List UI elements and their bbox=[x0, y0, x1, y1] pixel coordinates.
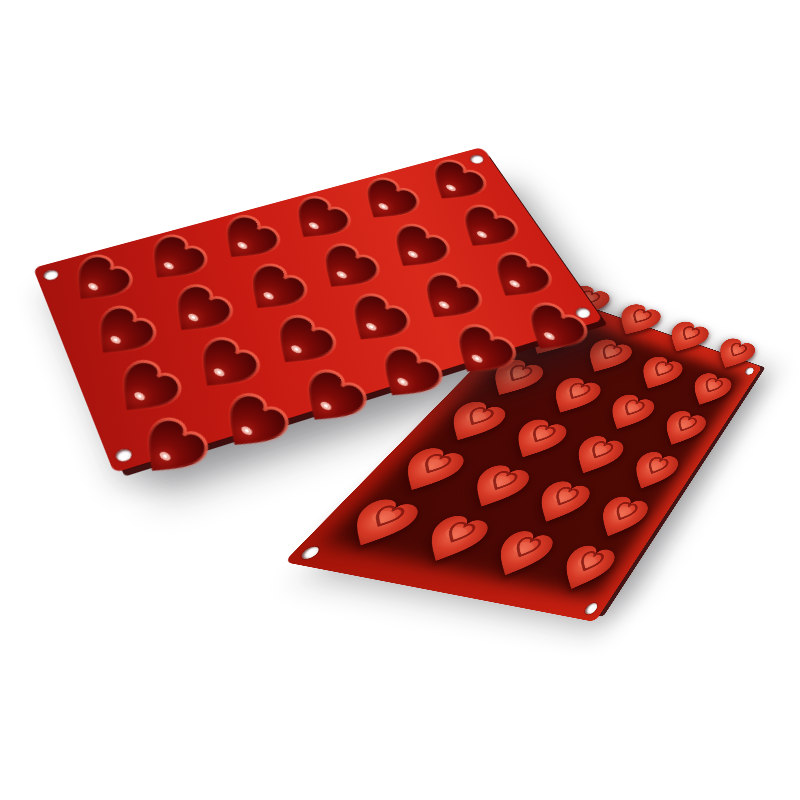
corner-hole bbox=[298, 546, 322, 560]
product-photo-scene bbox=[0, 0, 800, 800]
corner-hole bbox=[583, 602, 600, 615]
